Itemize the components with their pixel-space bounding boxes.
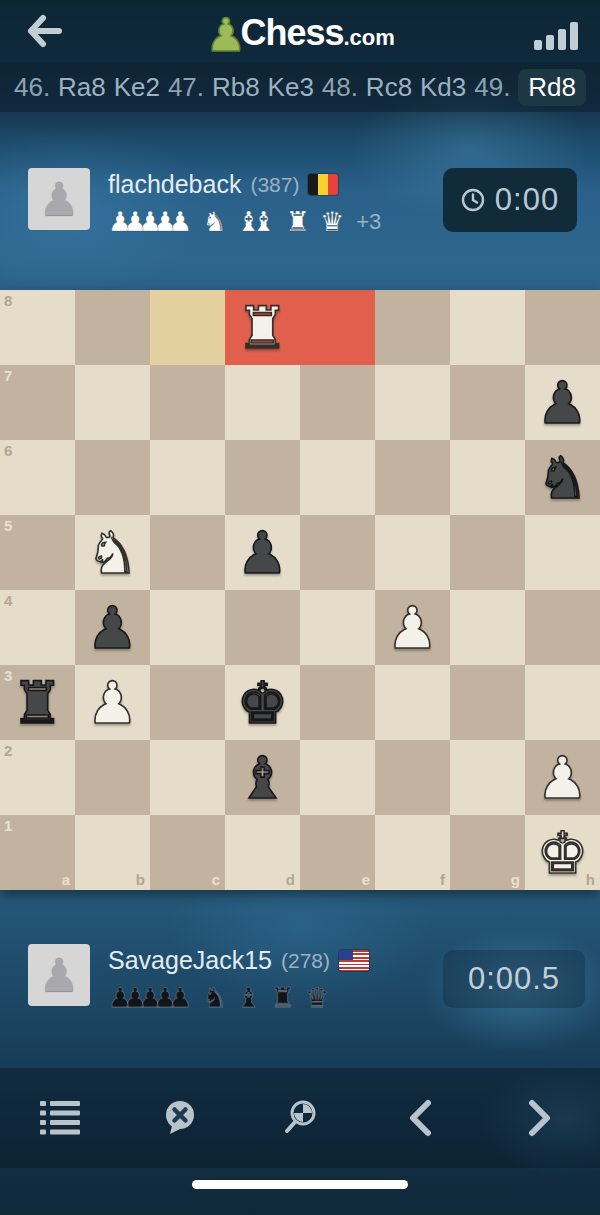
move-token-active[interactable]: Rd8 [518, 69, 586, 106]
logo-text-com: .com [343, 25, 394, 51]
captured-group: ♜ [286, 208, 310, 235]
home-indicator[interactable] [192, 1180, 408, 1189]
square-h3[interactable] [525, 665, 600, 740]
captured-group: ♞ [202, 984, 226, 1011]
move-token[interactable]: Ra8 [58, 72, 106, 103]
move-token[interactable]: Kd3 [420, 72, 466, 103]
square-a5[interactable]: 5 [0, 515, 75, 590]
square-f1[interactable]: f [375, 815, 450, 890]
rank-label-7: 7 [4, 368, 12, 383]
square-e4[interactable] [300, 590, 375, 665]
rating: (278) [281, 949, 330, 973]
square-f5[interactable] [375, 515, 450, 590]
square-g7[interactable] [450, 365, 525, 440]
square-c7[interactable] [150, 365, 225, 440]
move-token[interactable]: 49. [474, 72, 510, 103]
square-f7[interactable] [375, 365, 450, 440]
captured-group: ♟♟♟♟♟ [108, 208, 192, 235]
piece-black-pawn-h7[interactable]: ♟ [525, 365, 600, 440]
move-token[interactable]: 47. [168, 72, 204, 103]
square-c6[interactable] [150, 440, 225, 515]
captured-group: ♟♟♟♟♟ [108, 984, 192, 1011]
square-c5[interactable] [150, 515, 225, 590]
square-e7[interactable] [300, 365, 375, 440]
piece-white-pawn-f4[interactable]: ♟ [375, 590, 450, 665]
square-b7[interactable] [75, 365, 150, 440]
captured-group: ♝ [237, 984, 261, 1011]
move-token[interactable]: Ke3 [268, 72, 314, 103]
clock-value: 0:00 [495, 182, 559, 218]
chesscom-pawn-icon: ♟ [205, 12, 246, 58]
square-g8[interactable] [450, 290, 525, 365]
square-g2[interactable] [450, 740, 525, 815]
list-icon [40, 1101, 80, 1135]
square-c4[interactable] [150, 590, 225, 665]
move-token[interactable]: Rb8 [212, 72, 260, 103]
piece-white-knight-b5[interactable]: ♞ [75, 515, 150, 590]
square-a2[interactable]: 2 [0, 740, 75, 815]
square-e3[interactable] [300, 665, 375, 740]
rank-label-6: 6 [4, 443, 12, 458]
material-advantage: +3 [356, 209, 381, 235]
piece-white-king-h1[interactable]: ♚ [525, 815, 600, 890]
belgium-flag-icon [308, 174, 338, 195]
captured-pieces-bottom: ♟♟♟♟♟♞♝♜♛ [108, 984, 329, 1011]
rank-label-1: 1 [4, 818, 12, 833]
square-e5[interactable] [300, 515, 375, 590]
connection-signal-icon [534, 22, 578, 50]
clock-top: 0:00 [443, 168, 577, 232]
piece-black-bishop-d2[interactable]: ♝ [225, 740, 300, 815]
file-label-g: g [511, 872, 520, 887]
move-token[interactable]: 46. [14, 72, 50, 103]
clock-icon [461, 188, 485, 212]
square-e8[interactable] [300, 290, 375, 365]
square-e2[interactable] [300, 740, 375, 815]
square-a1[interactable]: 1a [0, 815, 75, 890]
chat-disabled-button[interactable] [120, 1083, 240, 1153]
next-move-button[interactable] [480, 1083, 600, 1153]
player-card-bottom: ♟ SavageJack15 (278) ♟♟♟♟♟♞♝♜♛ 0:00.5 [0, 940, 600, 1030]
logo-text-chess: Chess [240, 12, 343, 54]
piece-black-pawn-d5[interactable]: ♟ [225, 515, 300, 590]
captured-pieces-top: ♟♟♟♟♟♞♝♝♜♛+3 [108, 208, 381, 235]
magnifier-analysis-icon [281, 1099, 319, 1137]
piece-white-rook-d8[interactable]: ♜ [225, 290, 300, 365]
piece-black-knight-h6[interactable]: ♞ [525, 440, 600, 515]
file-label-a: a [62, 872, 70, 887]
square-d4[interactable] [225, 590, 300, 665]
piece-black-rook-a3[interactable]: ♜ [0, 665, 75, 740]
move-list-button[interactable] [0, 1083, 120, 1153]
square-e1[interactable]: e [300, 815, 375, 890]
piece-black-pawn-b4[interactable]: ♟ [75, 590, 150, 665]
clock-bottom: 0:00.5 [443, 950, 585, 1008]
square-d6[interactable] [225, 440, 300, 515]
square-d1[interactable]: d [225, 815, 300, 890]
username[interactable]: SavageJack15 [108, 946, 272, 975]
analysis-button[interactable] [240, 1083, 360, 1153]
square-f3[interactable] [375, 665, 450, 740]
file-label-d: d [286, 872, 295, 887]
move-token[interactable]: 48. [322, 72, 358, 103]
username[interactable]: flachdeback [108, 170, 241, 199]
default-pawn-avatar-icon: ♟ [38, 952, 79, 998]
avatar[interactable]: ♟ [28, 168, 90, 230]
square-c1[interactable]: c [150, 815, 225, 890]
square-h4[interactable] [525, 590, 600, 665]
chevron-right-icon [528, 1099, 552, 1137]
rating: (387) [250, 173, 299, 197]
file-label-e: e [362, 872, 370, 887]
chess-app-screen: ♟Chess.com 46.Ra8Ke247.Rb8Ke348.Rc8Kd349… [0, 0, 600, 1215]
square-g4[interactable] [450, 590, 525, 665]
rank-label-5: 5 [4, 518, 12, 533]
captured-group: ♝♝ [237, 208, 276, 235]
square-g6[interactable] [450, 440, 525, 515]
square-a7[interactable]: 7 [0, 365, 75, 440]
file-label-f: f [440, 872, 445, 887]
square-h8[interactable] [525, 290, 600, 365]
square-e6[interactable] [300, 440, 375, 515]
captured-group: ♛ [305, 984, 329, 1011]
square-a4[interactable]: 4 [0, 590, 75, 665]
square-d7[interactable] [225, 365, 300, 440]
square-f6[interactable] [375, 440, 450, 515]
square-f2[interactable] [375, 740, 450, 815]
rank-label-8: 8 [4, 293, 12, 308]
piece-white-pawn-h2[interactable]: ♟ [525, 740, 600, 815]
square-a6[interactable]: 6 [0, 440, 75, 515]
square-g1[interactable]: g [450, 815, 525, 890]
chess-board: 87654321abcdefgh♜♟♞♞♟♟♟♜♟♚♝♟♚ [0, 290, 600, 890]
piece-black-king-d3[interactable]: ♚ [225, 665, 300, 740]
chevron-left-icon [408, 1099, 432, 1137]
default-pawn-avatar-icon: ♟ [38, 176, 79, 222]
game-toolbar [0, 1068, 600, 1168]
chesscom-logo: ♟Chess.com [0, 6, 600, 60]
file-label-c: c [212, 872, 220, 887]
square-g5[interactable] [450, 515, 525, 590]
piece-white-pawn-b3[interactable]: ♟ [75, 665, 150, 740]
square-b6[interactable] [75, 440, 150, 515]
top-bar: ♟Chess.com [0, 0, 600, 62]
square-c8[interactable] [150, 290, 225, 365]
square-g3[interactable] [450, 665, 525, 740]
square-b2[interactable] [75, 740, 150, 815]
file-label-b: b [136, 872, 145, 887]
square-h5[interactable] [525, 515, 600, 590]
usa-flag-icon [339, 950, 369, 971]
square-b1[interactable]: b [75, 815, 150, 890]
previous-move-button[interactable] [360, 1083, 480, 1153]
captured-group: ♜ [271, 984, 295, 1011]
chat-x-bubble-icon [162, 1100, 198, 1136]
move-token[interactable]: Rc8 [366, 72, 412, 103]
move-list: 46.Ra8Ke247.Rb8Ke348.Rc8Kd349.Rd8 [0, 62, 600, 112]
square-c2[interactable] [150, 740, 225, 815]
square-f8[interactable] [375, 290, 450, 365]
clock-value: 0:00.5 [468, 961, 560, 997]
captured-group: ♞ [202, 208, 226, 235]
square-b8[interactable] [75, 290, 150, 365]
captured-group: ♛ [320, 208, 344, 235]
avatar[interactable]: ♟ [28, 944, 90, 1006]
move-token[interactable]: Ke2 [114, 72, 160, 103]
rank-label-2: 2 [4, 743, 12, 758]
square-c3[interactable] [150, 665, 225, 740]
player-card-top: ♟ flachdeback (387) ♟♟♟♟♟♞♝♝♜♛+3 0:00 [0, 160, 600, 250]
square-a8[interactable]: 8 [0, 290, 75, 365]
rank-label-4: 4 [4, 593, 12, 608]
